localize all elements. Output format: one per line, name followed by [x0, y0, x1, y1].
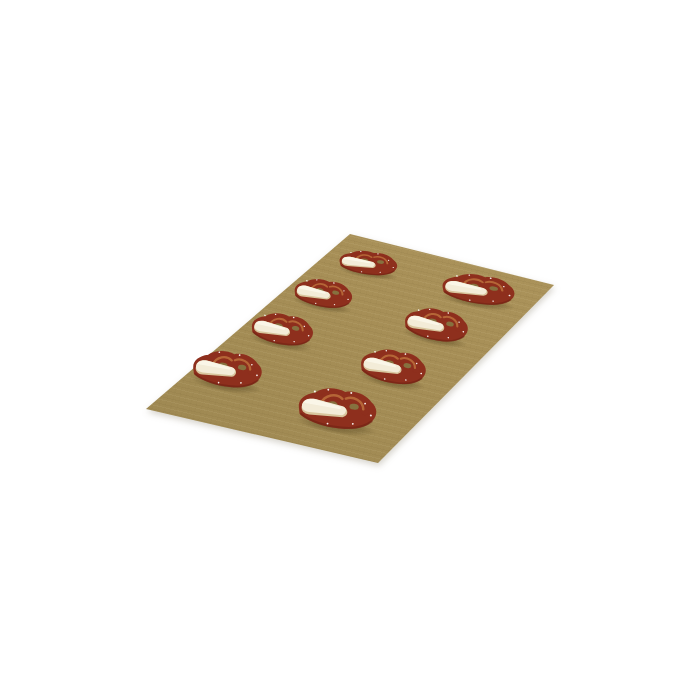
salt-speck [306, 280, 308, 282]
pretzel-7 [354, 339, 433, 394]
salt-speck [206, 353, 208, 355]
product-photo [0, 0, 700, 700]
pretzel-8 [290, 377, 383, 440]
salt-speck [314, 390, 316, 392]
pretzel-3 [245, 304, 319, 355]
pretzel-2 [288, 271, 358, 318]
pretzel-1 [334, 244, 402, 283]
salt-speck [350, 251, 352, 252]
pretzel-5 [435, 265, 520, 314]
salt-speck [456, 275, 458, 277]
pretzel-layer [0, 0, 700, 700]
salt-speck [374, 350, 376, 352]
pretzel-4 [186, 342, 268, 399]
salt-speck [264, 314, 266, 316]
pretzel-6 [398, 298, 475, 352]
salt-speck [418, 309, 420, 311]
